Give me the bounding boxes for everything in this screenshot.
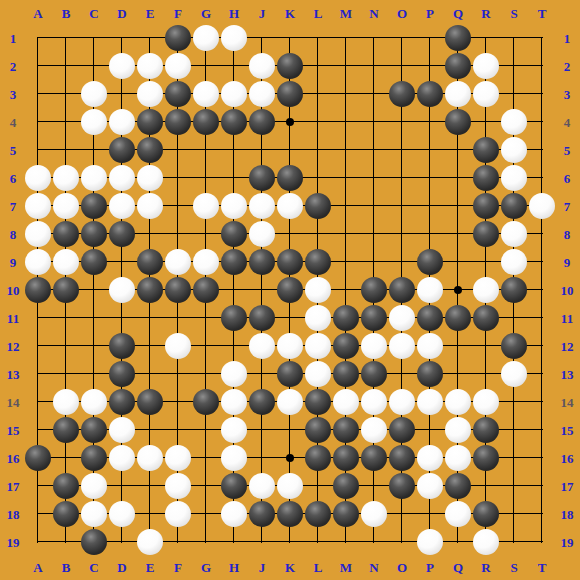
intersection-N15[interactable] bbox=[360, 416, 388, 444]
intersection-M18[interactable] bbox=[332, 500, 360, 528]
intersection-T18[interactable] bbox=[528, 500, 556, 528]
intersection-A14[interactable] bbox=[24, 388, 52, 416]
intersection-O17[interactable] bbox=[388, 472, 416, 500]
intersection-O11[interactable] bbox=[388, 304, 416, 332]
intersection-N5[interactable] bbox=[360, 136, 388, 164]
intersection-Q1[interactable] bbox=[444, 24, 472, 52]
intersection-A9[interactable] bbox=[24, 248, 52, 276]
intersection-T7[interactable] bbox=[528, 192, 556, 220]
intersection-O2[interactable] bbox=[388, 52, 416, 80]
intersection-S18[interactable] bbox=[500, 500, 528, 528]
intersection-N9[interactable] bbox=[360, 248, 388, 276]
intersection-L10[interactable] bbox=[304, 276, 332, 304]
intersection-P19[interactable] bbox=[416, 528, 444, 556]
intersection-O15[interactable] bbox=[388, 416, 416, 444]
intersection-T12[interactable] bbox=[528, 332, 556, 360]
intersection-B15[interactable] bbox=[52, 416, 80, 444]
intersection-A18[interactable] bbox=[24, 500, 52, 528]
intersection-Q2[interactable] bbox=[444, 52, 472, 80]
intersection-R14[interactable] bbox=[472, 388, 500, 416]
intersection-G1[interactable] bbox=[192, 24, 220, 52]
intersection-G5[interactable] bbox=[192, 136, 220, 164]
intersection-K12[interactable] bbox=[276, 332, 304, 360]
intersection-E6[interactable] bbox=[136, 164, 164, 192]
intersection-G8[interactable] bbox=[192, 220, 220, 248]
intersection-H19[interactable] bbox=[220, 528, 248, 556]
intersection-K9[interactable] bbox=[276, 248, 304, 276]
intersection-B14[interactable] bbox=[52, 388, 80, 416]
intersection-O5[interactable] bbox=[388, 136, 416, 164]
intersection-R1[interactable] bbox=[472, 24, 500, 52]
intersection-F18[interactable] bbox=[164, 500, 192, 528]
intersection-C13[interactable] bbox=[80, 360, 108, 388]
intersection-N14[interactable] bbox=[360, 388, 388, 416]
intersection-E16[interactable] bbox=[136, 444, 164, 472]
intersection-E11[interactable] bbox=[136, 304, 164, 332]
intersection-M19[interactable] bbox=[332, 528, 360, 556]
intersection-P5[interactable] bbox=[416, 136, 444, 164]
intersection-N8[interactable] bbox=[360, 220, 388, 248]
intersection-L6[interactable] bbox=[304, 164, 332, 192]
intersection-J17[interactable] bbox=[248, 472, 276, 500]
intersection-N2[interactable] bbox=[360, 52, 388, 80]
intersection-B12[interactable] bbox=[52, 332, 80, 360]
intersection-L1[interactable] bbox=[304, 24, 332, 52]
intersection-T16[interactable] bbox=[528, 444, 556, 472]
intersection-N16[interactable] bbox=[360, 444, 388, 472]
intersection-H1[interactable] bbox=[220, 24, 248, 52]
intersection-F13[interactable] bbox=[164, 360, 192, 388]
intersection-O7[interactable] bbox=[388, 192, 416, 220]
intersection-H13[interactable] bbox=[220, 360, 248, 388]
intersection-Q13[interactable] bbox=[444, 360, 472, 388]
intersection-D5[interactable] bbox=[108, 136, 136, 164]
intersection-B7[interactable] bbox=[52, 192, 80, 220]
intersection-L11[interactable] bbox=[304, 304, 332, 332]
intersection-J15[interactable] bbox=[248, 416, 276, 444]
intersection-G18[interactable] bbox=[192, 500, 220, 528]
intersection-N7[interactable] bbox=[360, 192, 388, 220]
intersection-L8[interactable] bbox=[304, 220, 332, 248]
intersection-T17[interactable] bbox=[528, 472, 556, 500]
intersection-R12[interactable] bbox=[472, 332, 500, 360]
intersection-J4[interactable] bbox=[248, 108, 276, 136]
intersection-T5[interactable] bbox=[528, 136, 556, 164]
intersection-G13[interactable] bbox=[192, 360, 220, 388]
intersection-B1[interactable] bbox=[52, 24, 80, 52]
intersection-F19[interactable] bbox=[164, 528, 192, 556]
intersection-G9[interactable] bbox=[192, 248, 220, 276]
intersection-A7[interactable] bbox=[24, 192, 52, 220]
intersection-S1[interactable] bbox=[500, 24, 528, 52]
intersection-A16[interactable] bbox=[24, 444, 52, 472]
intersection-K8[interactable] bbox=[276, 220, 304, 248]
intersection-H11[interactable] bbox=[220, 304, 248, 332]
intersection-B11[interactable] bbox=[52, 304, 80, 332]
intersection-D19[interactable] bbox=[108, 528, 136, 556]
intersection-F6[interactable] bbox=[164, 164, 192, 192]
intersection-M16[interactable] bbox=[332, 444, 360, 472]
intersection-R7[interactable] bbox=[472, 192, 500, 220]
intersection-R17[interactable] bbox=[472, 472, 500, 500]
intersection-O6[interactable] bbox=[388, 164, 416, 192]
intersection-Q16[interactable] bbox=[444, 444, 472, 472]
intersection-L15[interactable] bbox=[304, 416, 332, 444]
intersection-H6[interactable] bbox=[220, 164, 248, 192]
intersection-R13[interactable] bbox=[472, 360, 500, 388]
intersection-B16[interactable] bbox=[52, 444, 80, 472]
intersection-E1[interactable] bbox=[136, 24, 164, 52]
intersection-N11[interactable] bbox=[360, 304, 388, 332]
intersection-A1[interactable] bbox=[24, 24, 52, 52]
intersection-R11[interactable] bbox=[472, 304, 500, 332]
intersection-F10[interactable] bbox=[164, 276, 192, 304]
intersection-L14[interactable] bbox=[304, 388, 332, 416]
intersection-K13[interactable] bbox=[276, 360, 304, 388]
intersection-J1[interactable] bbox=[248, 24, 276, 52]
intersection-H3[interactable] bbox=[220, 80, 248, 108]
intersection-O13[interactable] bbox=[388, 360, 416, 388]
intersection-C3[interactable] bbox=[80, 80, 108, 108]
intersection-Q9[interactable] bbox=[444, 248, 472, 276]
intersection-M2[interactable] bbox=[332, 52, 360, 80]
intersection-D15[interactable] bbox=[108, 416, 136, 444]
intersection-K3[interactable] bbox=[276, 80, 304, 108]
intersection-C19[interactable] bbox=[80, 528, 108, 556]
intersection-G14[interactable] bbox=[192, 388, 220, 416]
intersection-J6[interactable] bbox=[248, 164, 276, 192]
intersection-O1[interactable] bbox=[388, 24, 416, 52]
intersection-A6[interactable] bbox=[24, 164, 52, 192]
intersection-S3[interactable] bbox=[500, 80, 528, 108]
intersection-F1[interactable] bbox=[164, 24, 192, 52]
intersection-M1[interactable] bbox=[332, 24, 360, 52]
intersection-T11[interactable] bbox=[528, 304, 556, 332]
intersection-Q14[interactable] bbox=[444, 388, 472, 416]
intersection-P7[interactable] bbox=[416, 192, 444, 220]
intersection-A10[interactable] bbox=[24, 276, 52, 304]
intersection-L13[interactable] bbox=[304, 360, 332, 388]
intersection-C12[interactable] bbox=[80, 332, 108, 360]
intersection-T19[interactable] bbox=[528, 528, 556, 556]
intersection-E10[interactable] bbox=[136, 276, 164, 304]
intersection-J14[interactable] bbox=[248, 388, 276, 416]
intersection-H7[interactable] bbox=[220, 192, 248, 220]
intersection-J7[interactable] bbox=[248, 192, 276, 220]
intersection-N18[interactable] bbox=[360, 500, 388, 528]
intersection-A2[interactable] bbox=[24, 52, 52, 80]
intersection-K6[interactable] bbox=[276, 164, 304, 192]
intersection-D7[interactable] bbox=[108, 192, 136, 220]
intersection-N13[interactable] bbox=[360, 360, 388, 388]
intersection-K15[interactable] bbox=[276, 416, 304, 444]
intersection-M15[interactable] bbox=[332, 416, 360, 444]
intersection-A3[interactable] bbox=[24, 80, 52, 108]
intersection-G6[interactable] bbox=[192, 164, 220, 192]
intersection-F2[interactable] bbox=[164, 52, 192, 80]
intersection-A4[interactable] bbox=[24, 108, 52, 136]
intersection-T6[interactable] bbox=[528, 164, 556, 192]
intersection-Q8[interactable] bbox=[444, 220, 472, 248]
intersection-L19[interactable] bbox=[304, 528, 332, 556]
intersection-J12[interactable] bbox=[248, 332, 276, 360]
intersection-R3[interactable] bbox=[472, 80, 500, 108]
intersection-H18[interactable] bbox=[220, 500, 248, 528]
intersection-M14[interactable] bbox=[332, 388, 360, 416]
intersection-S10[interactable] bbox=[500, 276, 528, 304]
intersection-G15[interactable] bbox=[192, 416, 220, 444]
intersection-S17[interactable] bbox=[500, 472, 528, 500]
intersection-M5[interactable] bbox=[332, 136, 360, 164]
intersection-Q7[interactable] bbox=[444, 192, 472, 220]
intersection-D2[interactable] bbox=[108, 52, 136, 80]
intersection-T13[interactable] bbox=[528, 360, 556, 388]
intersection-S13[interactable] bbox=[500, 360, 528, 388]
intersection-F17[interactable] bbox=[164, 472, 192, 500]
intersection-C1[interactable] bbox=[80, 24, 108, 52]
intersection-S4[interactable] bbox=[500, 108, 528, 136]
intersection-P3[interactable] bbox=[416, 80, 444, 108]
intersection-B19[interactable] bbox=[52, 528, 80, 556]
intersection-E7[interactable] bbox=[136, 192, 164, 220]
intersection-H4[interactable] bbox=[220, 108, 248, 136]
intersection-P13[interactable] bbox=[416, 360, 444, 388]
intersection-S7[interactable] bbox=[500, 192, 528, 220]
intersection-S8[interactable] bbox=[500, 220, 528, 248]
intersection-K17[interactable] bbox=[276, 472, 304, 500]
intersection-M3[interactable] bbox=[332, 80, 360, 108]
intersection-P10[interactable] bbox=[416, 276, 444, 304]
intersection-D10[interactable] bbox=[108, 276, 136, 304]
intersection-P2[interactable] bbox=[416, 52, 444, 80]
intersection-H9[interactable] bbox=[220, 248, 248, 276]
intersection-C10[interactable] bbox=[80, 276, 108, 304]
intersection-M9[interactable] bbox=[332, 248, 360, 276]
intersection-J8[interactable] bbox=[248, 220, 276, 248]
intersection-M10[interactable] bbox=[332, 276, 360, 304]
intersection-J16[interactable] bbox=[248, 444, 276, 472]
intersection-R2[interactable] bbox=[472, 52, 500, 80]
intersection-J18[interactable] bbox=[248, 500, 276, 528]
intersection-D1[interactable] bbox=[108, 24, 136, 52]
intersection-S11[interactable] bbox=[500, 304, 528, 332]
intersection-L2[interactable] bbox=[304, 52, 332, 80]
intersection-E8[interactable] bbox=[136, 220, 164, 248]
intersection-Q11[interactable] bbox=[444, 304, 472, 332]
intersection-C18[interactable] bbox=[80, 500, 108, 528]
intersection-D3[interactable] bbox=[108, 80, 136, 108]
intersection-N4[interactable] bbox=[360, 108, 388, 136]
intersection-M4[interactable] bbox=[332, 108, 360, 136]
intersection-M8[interactable] bbox=[332, 220, 360, 248]
intersection-D12[interactable] bbox=[108, 332, 136, 360]
intersection-K1[interactable] bbox=[276, 24, 304, 52]
intersection-K18[interactable] bbox=[276, 500, 304, 528]
intersection-C16[interactable] bbox=[80, 444, 108, 472]
intersection-T2[interactable] bbox=[528, 52, 556, 80]
intersection-C7[interactable] bbox=[80, 192, 108, 220]
intersection-P14[interactable] bbox=[416, 388, 444, 416]
intersection-L9[interactable] bbox=[304, 248, 332, 276]
intersection-L7[interactable] bbox=[304, 192, 332, 220]
intersection-H10[interactable] bbox=[220, 276, 248, 304]
intersection-K16[interactable] bbox=[276, 444, 304, 472]
intersection-J19[interactable] bbox=[248, 528, 276, 556]
intersection-N17[interactable] bbox=[360, 472, 388, 500]
intersection-Q4[interactable] bbox=[444, 108, 472, 136]
intersection-C6[interactable] bbox=[80, 164, 108, 192]
intersection-E19[interactable] bbox=[136, 528, 164, 556]
intersection-M17[interactable] bbox=[332, 472, 360, 500]
intersection-E13[interactable] bbox=[136, 360, 164, 388]
intersection-S16[interactable] bbox=[500, 444, 528, 472]
intersection-Q18[interactable] bbox=[444, 500, 472, 528]
intersection-P9[interactable] bbox=[416, 248, 444, 276]
intersection-A19[interactable] bbox=[24, 528, 52, 556]
intersection-O10[interactable] bbox=[388, 276, 416, 304]
intersection-F3[interactable] bbox=[164, 80, 192, 108]
intersection-H12[interactable] bbox=[220, 332, 248, 360]
intersection-R16[interactable] bbox=[472, 444, 500, 472]
intersection-F14[interactable] bbox=[164, 388, 192, 416]
intersection-H15[interactable] bbox=[220, 416, 248, 444]
intersection-B4[interactable] bbox=[52, 108, 80, 136]
intersection-B5[interactable] bbox=[52, 136, 80, 164]
intersection-C17[interactable] bbox=[80, 472, 108, 500]
intersection-D13[interactable] bbox=[108, 360, 136, 388]
intersection-G10[interactable] bbox=[192, 276, 220, 304]
intersection-L17[interactable] bbox=[304, 472, 332, 500]
intersection-H14[interactable] bbox=[220, 388, 248, 416]
intersection-E15[interactable] bbox=[136, 416, 164, 444]
intersection-M6[interactable] bbox=[332, 164, 360, 192]
intersection-R15[interactable] bbox=[472, 416, 500, 444]
intersection-Q19[interactable] bbox=[444, 528, 472, 556]
intersection-Q5[interactable] bbox=[444, 136, 472, 164]
intersection-J3[interactable] bbox=[248, 80, 276, 108]
intersection-P15[interactable] bbox=[416, 416, 444, 444]
intersection-M12[interactable] bbox=[332, 332, 360, 360]
intersection-L5[interactable] bbox=[304, 136, 332, 164]
intersection-C2[interactable] bbox=[80, 52, 108, 80]
intersection-O4[interactable] bbox=[388, 108, 416, 136]
intersection-A17[interactable] bbox=[24, 472, 52, 500]
intersection-R9[interactable] bbox=[472, 248, 500, 276]
intersection-G4[interactable] bbox=[192, 108, 220, 136]
intersection-D14[interactable] bbox=[108, 388, 136, 416]
intersection-T8[interactable] bbox=[528, 220, 556, 248]
intersection-J2[interactable] bbox=[248, 52, 276, 80]
intersection-S9[interactable] bbox=[500, 248, 528, 276]
intersection-S15[interactable] bbox=[500, 416, 528, 444]
intersection-F16[interactable] bbox=[164, 444, 192, 472]
intersection-L18[interactable] bbox=[304, 500, 332, 528]
intersection-H8[interactable] bbox=[220, 220, 248, 248]
intersection-L12[interactable] bbox=[304, 332, 332, 360]
intersection-H17[interactable] bbox=[220, 472, 248, 500]
intersection-F7[interactable] bbox=[164, 192, 192, 220]
intersection-O3[interactable] bbox=[388, 80, 416, 108]
intersection-C11[interactable] bbox=[80, 304, 108, 332]
intersection-H16[interactable] bbox=[220, 444, 248, 472]
intersection-B2[interactable] bbox=[52, 52, 80, 80]
intersection-D11[interactable] bbox=[108, 304, 136, 332]
intersection-S19[interactable] bbox=[500, 528, 528, 556]
intersection-O19[interactable] bbox=[388, 528, 416, 556]
intersection-T4[interactable] bbox=[528, 108, 556, 136]
intersection-C4[interactable] bbox=[80, 108, 108, 136]
intersection-J9[interactable] bbox=[248, 248, 276, 276]
intersection-F15[interactable] bbox=[164, 416, 192, 444]
intersection-G12[interactable] bbox=[192, 332, 220, 360]
intersection-D9[interactable] bbox=[108, 248, 136, 276]
intersection-D4[interactable] bbox=[108, 108, 136, 136]
intersection-K14[interactable] bbox=[276, 388, 304, 416]
intersection-N6[interactable] bbox=[360, 164, 388, 192]
intersection-L16[interactable] bbox=[304, 444, 332, 472]
intersection-L3[interactable] bbox=[304, 80, 332, 108]
intersection-E9[interactable] bbox=[136, 248, 164, 276]
intersection-Q10[interactable] bbox=[444, 276, 472, 304]
intersection-O9[interactable] bbox=[388, 248, 416, 276]
intersection-N19[interactable] bbox=[360, 528, 388, 556]
intersection-J13[interactable] bbox=[248, 360, 276, 388]
intersection-T15[interactable] bbox=[528, 416, 556, 444]
intersection-O16[interactable] bbox=[388, 444, 416, 472]
intersection-E18[interactable] bbox=[136, 500, 164, 528]
intersection-A13[interactable] bbox=[24, 360, 52, 388]
intersection-B3[interactable] bbox=[52, 80, 80, 108]
intersection-Q17[interactable] bbox=[444, 472, 472, 500]
intersection-O18[interactable] bbox=[388, 500, 416, 528]
intersection-K10[interactable] bbox=[276, 276, 304, 304]
intersection-G2[interactable] bbox=[192, 52, 220, 80]
intersection-Q3[interactable] bbox=[444, 80, 472, 108]
intersection-J10[interactable] bbox=[248, 276, 276, 304]
intersection-C5[interactable] bbox=[80, 136, 108, 164]
intersection-S2[interactable] bbox=[500, 52, 528, 80]
intersection-P18[interactable] bbox=[416, 500, 444, 528]
intersection-T10[interactable] bbox=[528, 276, 556, 304]
intersection-R19[interactable] bbox=[472, 528, 500, 556]
intersection-R6[interactable] bbox=[472, 164, 500, 192]
intersection-P12[interactable] bbox=[416, 332, 444, 360]
intersection-O14[interactable] bbox=[388, 388, 416, 416]
intersection-S6[interactable] bbox=[500, 164, 528, 192]
intersection-G7[interactable] bbox=[192, 192, 220, 220]
intersection-M13[interactable] bbox=[332, 360, 360, 388]
intersection-R5[interactable] bbox=[472, 136, 500, 164]
intersection-E12[interactable] bbox=[136, 332, 164, 360]
intersection-S5[interactable] bbox=[500, 136, 528, 164]
intersection-B8[interactable] bbox=[52, 220, 80, 248]
intersection-E5[interactable] bbox=[136, 136, 164, 164]
intersection-N12[interactable] bbox=[360, 332, 388, 360]
intersection-T3[interactable] bbox=[528, 80, 556, 108]
intersection-R8[interactable] bbox=[472, 220, 500, 248]
intersection-B17[interactable] bbox=[52, 472, 80, 500]
intersection-K7[interactable] bbox=[276, 192, 304, 220]
intersection-N1[interactable] bbox=[360, 24, 388, 52]
intersection-K5[interactable] bbox=[276, 136, 304, 164]
intersection-P6[interactable] bbox=[416, 164, 444, 192]
intersection-R18[interactable] bbox=[472, 500, 500, 528]
intersection-G3[interactable] bbox=[192, 80, 220, 108]
intersection-K4[interactable] bbox=[276, 108, 304, 136]
intersection-K19[interactable] bbox=[276, 528, 304, 556]
intersection-F12[interactable] bbox=[164, 332, 192, 360]
intersection-A15[interactable] bbox=[24, 416, 52, 444]
